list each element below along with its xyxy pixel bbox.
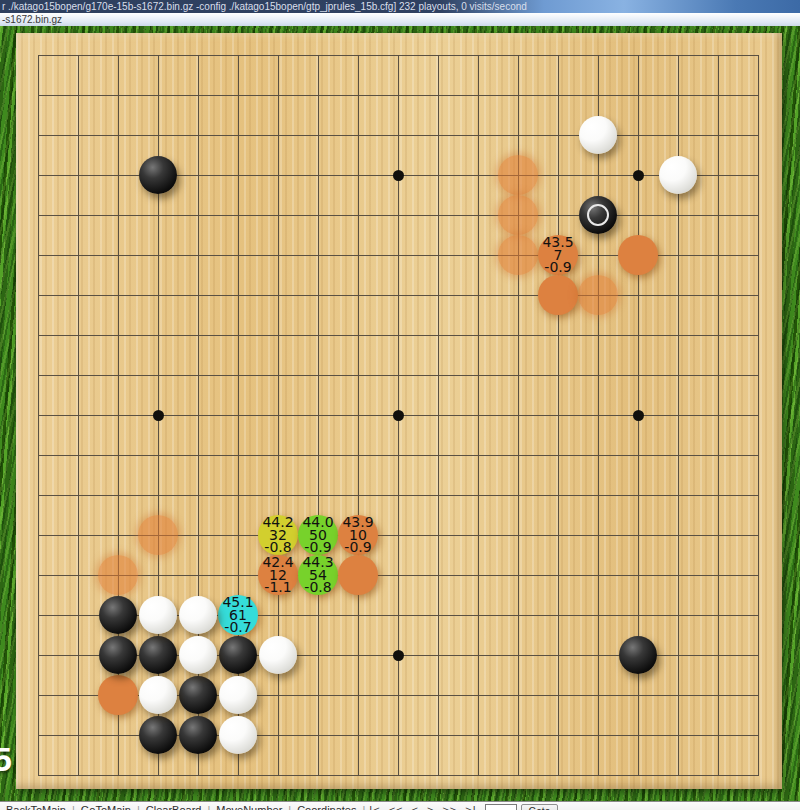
highlight-C6[interactable] (98, 555, 138, 595)
bottom-bar-nav: |<<<<>>>>| (365, 804, 480, 810)
highlight-O13[interactable] (538, 275, 578, 315)
go-board[interactable] (16, 33, 782, 789)
highlight-N15[interactable] (498, 195, 538, 235)
suggestion-O14[interactable]: 43.57-0.9 (538, 235, 578, 275)
highlight-J6[interactable] (338, 555, 378, 595)
suggestion-H7[interactable]: 44.050-0.9 (298, 515, 338, 555)
window-title-bar: r ./katago15bopen/g170e-15b-s1672.bin.gz… (0, 0, 800, 13)
bottom-bar-separator: | (137, 804, 140, 810)
highlight-Q14[interactable] (618, 235, 658, 275)
bottom-bar-separator: | (207, 804, 210, 810)
bottom-bar-separator: | (72, 804, 75, 810)
highlight-N16[interactable] (498, 155, 538, 195)
highlight-C3[interactable] (98, 675, 138, 715)
suggestion-H6[interactable]: 44.354-0.8 (298, 555, 338, 595)
nav-nextnext[interactable]: >> (442, 804, 457, 810)
nav-endprev[interactable]: |< (369, 804, 380, 810)
move-number-fragment: 5 (0, 740, 12, 779)
suggestion-value: -0.9 (544, 261, 571, 274)
bottom-bar-link-movenumber[interactable]: MoveNumber (216, 804, 282, 810)
window-subtitle: -s1672.bin.gz (0, 14, 62, 25)
suggestion-J7[interactable]: 43.910-0.9 (338, 515, 378, 555)
suggestion-value: -0.9 (304, 541, 331, 554)
suggestion-F5[interactable]: 45.161-0.7 (218, 595, 258, 635)
bottom-bar-links: BackToMain|GoToMain|ClearBoard|MoveNumbe… (0, 804, 365, 810)
suggestion-value: -1.1 (264, 581, 291, 594)
bottom-bar-link-clearboard[interactable]: ClearBoard (146, 804, 202, 810)
highlight-N14[interactable] (498, 235, 538, 275)
window-subtitle-bar: -s1672.bin.gz (0, 13, 800, 27)
nav-next[interactable]: > (427, 804, 434, 810)
goto-button[interactable]: Goto (521, 804, 559, 810)
suggestion-G7[interactable]: 44.232-0.8 (258, 515, 298, 555)
highlight-D7[interactable] (138, 515, 178, 555)
bottom-bar-link-gotomain[interactable]: GoToMain (81, 804, 131, 810)
bottom-bar-link-backtomain[interactable]: BackToMain (6, 804, 66, 810)
move-number-input[interactable] (485, 804, 517, 810)
nav-prevprev[interactable]: << (389, 804, 404, 810)
bottom-control-bar: BackToMain|GoToMain|ClearBoard|MoveNumbe… (0, 801, 800, 810)
highlight-P13[interactable] (578, 275, 618, 315)
bottom-bar-link-coordinates[interactable]: Coordinates (297, 804, 356, 810)
suggestion-value: -0.8 (264, 541, 291, 554)
suggestion-value: -0.7 (224, 621, 251, 634)
suggestion-G6[interactable]: 42.412-1.1 (258, 555, 298, 595)
suggestion-value: -0.9 (344, 541, 371, 554)
bottom-bar-separator: | (288, 804, 291, 810)
suggestion-value: -0.8 (304, 581, 331, 594)
nav-prev[interactable]: < (412, 804, 419, 810)
nav-nextend[interactable]: >| (465, 804, 476, 810)
window-title: r ./katago15bopen/g170e-15b-s1672.bin.gz… (0, 1, 527, 12)
